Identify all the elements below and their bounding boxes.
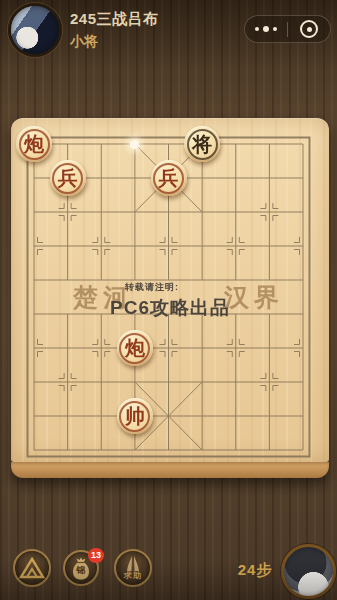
more-button[interactable] xyxy=(245,16,287,42)
xiangqi-board: 楚河 汉界 转载请注明: PC6攻略出品 炮将兵兵炮帅 xyxy=(11,118,329,478)
more-icon xyxy=(255,26,277,32)
level-rank: 小将 xyxy=(70,33,159,51)
header-titles: 245三战吕布 小将 xyxy=(70,10,159,51)
piece-label: 兵 xyxy=(159,168,179,188)
player-avatar[interactable] xyxy=(8,3,62,57)
piece-red-兵[interactable]: 兵 xyxy=(50,160,86,196)
hint-count-badge: 13 xyxy=(88,548,104,563)
pieces-grid: 炮将兵兵炮帅 xyxy=(17,127,320,467)
bag-label: 锦 xyxy=(77,563,86,576)
piece-red-炮[interactable]: 炮 xyxy=(16,126,52,162)
last-move-origin-dot xyxy=(130,140,139,149)
move-counter: 24步 xyxy=(230,561,280,580)
piece-label: 炮 xyxy=(125,338,145,358)
piece-black-将[interactable]: 将 xyxy=(184,126,220,162)
piece-red-炮[interactable]: 炮 xyxy=(117,330,153,366)
app-screen: 245三战吕布 小将 xyxy=(0,0,337,600)
exit-button[interactable] xyxy=(288,16,330,42)
exit-circle-icon xyxy=(300,20,318,38)
hint-bag-button[interactable]: 锦 13 xyxy=(63,550,99,586)
menu-button[interactable] xyxy=(13,549,51,587)
miniprogram-capsule xyxy=(244,15,331,43)
piece-label: 兵 xyxy=(58,168,78,188)
piece-red-帅[interactable]: 帅 xyxy=(117,398,153,434)
help-button[interactable]: 求助 xyxy=(114,549,152,587)
piece-label: 帅 xyxy=(125,406,145,426)
help-label: 求助 xyxy=(124,570,142,581)
piece-label: 炮 xyxy=(24,134,44,154)
level-title: 245三战吕布 xyxy=(70,10,159,29)
opponent-avatar[interactable] xyxy=(281,544,336,599)
mountain-icon xyxy=(19,556,45,580)
piece-label: 将 xyxy=(192,134,212,154)
piece-red-兵[interactable]: 兵 xyxy=(151,160,187,196)
